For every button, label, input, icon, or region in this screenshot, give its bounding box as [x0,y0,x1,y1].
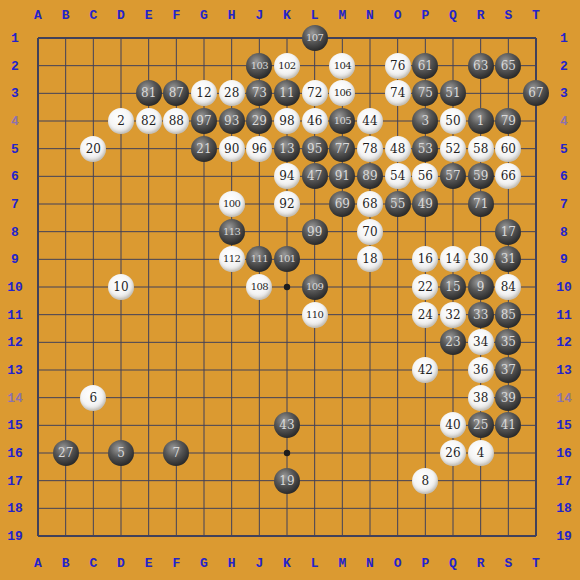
move-number: 50 [445,115,460,127]
stone-white-112-H9[interactable]: 112 [219,246,245,272]
move-number: 32 [445,309,460,321]
stone-white-100-H7[interactable]: 100 [219,191,245,217]
col-label-bottom-P: P [421,557,429,570]
move-number: 74 [390,87,405,99]
row-label-left-18: 18 [7,502,23,515]
stone-black-71-R7[interactable]: 71 [468,191,494,217]
stone-white-78-N5[interactable]: 78 [357,136,383,162]
stone-black-53-P5[interactable]: 53 [412,136,438,162]
move-number: 36 [473,364,488,376]
move-number: 93 [224,115,239,127]
row-label-left-10: 10 [7,281,23,294]
move-number: 48 [390,143,405,155]
move-number: 72 [307,87,322,99]
stone-white-2-D4[interactable]: 2 [108,108,134,134]
stone-black-15-Q10[interactable]: 15 [440,274,466,300]
move-number: 22 [418,281,433,293]
row-label-left-16: 16 [7,447,23,460]
move-number: 101 [278,254,295,264]
col-label-top-M: M [338,9,346,22]
col-label-top-H: H [228,9,236,22]
move-number: 57 [445,170,460,182]
row-label-right-17: 17 [556,474,572,487]
stone-black-85-S11[interactable]: 85 [495,302,521,328]
move-number: 12 [196,87,211,99]
col-label-bottom-A: A [34,557,42,570]
col-label-top-D: D [117,9,125,22]
move-number: 9 [477,281,485,293]
stone-white-60-S5[interactable]: 60 [495,136,521,162]
move-number: 105 [334,116,351,126]
stone-white-96-J5[interactable]: 96 [246,136,272,162]
move-number: 97 [196,115,211,127]
move-number: 30 [473,253,488,265]
move-number: 85 [501,309,516,321]
col-label-top-K: K [283,9,291,22]
row-label-right-10: 10 [556,281,572,294]
col-label-top-L: L [311,9,319,22]
move-number: 55 [390,198,405,210]
row-label-left-4: 4 [11,115,19,128]
col-label-top-F: F [172,9,180,22]
row-label-right-8: 8 [560,225,568,238]
stone-white-10-D10[interactable]: 10 [108,274,134,300]
move-number: 107 [306,33,323,43]
stone-black-55-O7[interactable]: 55 [385,191,411,217]
move-number: 95 [307,143,322,155]
move-number: 31 [501,253,516,265]
move-number: 75 [418,87,433,99]
move-number: 106 [334,88,351,98]
move-number: 65 [501,60,516,72]
move-number: 73 [252,87,267,99]
stone-black-107-L1[interactable]: 107 [302,25,328,51]
row-label-right-11: 11 [556,308,572,321]
row-label-left-15: 15 [7,419,23,432]
row-label-right-5: 5 [560,142,568,155]
move-number: 66 [501,170,516,182]
col-label-top-G: G [200,9,208,22]
move-number: 79 [501,115,516,127]
move-number: 34 [473,336,488,348]
stone-black-5-D16[interactable]: 5 [108,440,134,466]
stone-black-63-R2[interactable]: 63 [468,53,494,79]
move-number: 84 [501,281,516,293]
row-label-left-5: 5 [11,142,19,155]
row-label-right-12: 12 [556,336,572,349]
col-label-top-S: S [504,9,512,22]
col-label-top-R: R [477,9,485,22]
move-number: 113 [223,227,240,237]
row-label-right-13: 13 [556,364,572,377]
stone-black-95-L5[interactable]: 95 [302,136,328,162]
stone-white-32-Q11[interactable]: 32 [440,302,466,328]
stone-white-58-R5[interactable]: 58 [468,136,494,162]
goban[interactable]: AABBCCDDEEFFGGHHJJKKLLMMNNOOPPQQRRSSTT11… [0,0,580,580]
row-label-left-17: 17 [7,474,23,487]
move-number: 21 [196,143,211,155]
move-number: 43 [279,419,294,431]
col-label-bottom-S: S [504,557,512,570]
move-number: 87 [169,87,184,99]
stone-white-44-N4[interactable]: 44 [357,108,383,134]
stone-black-103-J2[interactable]: 103 [246,53,272,79]
stone-black-97-G4[interactable]: 97 [191,108,217,134]
move-number: 40 [445,419,460,431]
move-number: 99 [307,226,322,238]
move-number: 27 [58,447,73,459]
move-number: 41 [501,419,516,431]
move-number: 78 [362,143,377,155]
col-label-top-T: T [532,9,540,22]
stone-white-28-H3[interactable]: 28 [219,80,245,106]
stone-white-50-Q4[interactable]: 50 [440,108,466,134]
move-number: 10 [113,281,128,293]
move-number: 68 [362,198,377,210]
stone-black-33-R11[interactable]: 33 [468,302,494,328]
stone-white-74-O3[interactable]: 74 [385,80,411,106]
move-number: 108 [251,282,268,292]
stone-white-68-N7[interactable]: 68 [357,191,383,217]
move-number: 52 [445,143,460,155]
move-number: 2 [117,115,125,127]
col-label-bottom-R: R [477,557,485,570]
move-number: 103 [251,61,268,71]
move-number: 25 [473,419,488,431]
col-label-bottom-D: D [117,557,125,570]
stone-black-59-R6[interactable]: 59 [468,163,494,189]
hoshi-point-K10 [284,284,290,290]
stone-black-113-H8[interactable]: 113 [219,219,245,245]
stone-white-102-K2[interactable]: 102 [274,53,300,79]
move-number: 44 [362,115,377,127]
col-label-top-B: B [62,9,70,22]
move-number: 90 [224,143,239,155]
move-number: 100 [223,199,240,209]
row-label-right-6: 6 [560,170,568,183]
col-label-top-E: E [145,9,153,22]
move-number: 88 [169,115,184,127]
move-number: 23 [445,336,460,348]
move-number: 92 [279,198,294,210]
move-number: 37 [501,364,516,376]
col-label-bottom-N: N [366,557,374,570]
move-number: 7 [173,447,181,459]
stone-white-6-C14[interactable]: 6 [80,385,106,411]
move-number: 111 [251,254,268,264]
move-number: 53 [418,143,433,155]
col-label-bottom-F: F [172,557,180,570]
move-number: 71 [473,198,488,210]
col-label-bottom-H: H [228,557,236,570]
row-label-right-15: 15 [556,419,572,432]
stone-black-61-P2[interactable]: 61 [412,53,438,79]
stone-black-39-S14[interactable]: 39 [495,385,521,411]
move-number: 98 [279,115,294,127]
row-label-right-9: 9 [560,253,568,266]
row-label-right-7: 7 [560,198,568,211]
stone-black-81-E3[interactable]: 81 [136,80,162,106]
move-number: 56 [418,170,433,182]
move-number: 11 [279,87,294,99]
move-number: 51 [445,87,460,99]
hoshi-point-K16 [284,450,290,456]
move-number: 8 [422,475,430,487]
stone-white-98-K4[interactable]: 98 [274,108,300,134]
move-number: 46 [307,115,322,127]
stone-white-24-P11[interactable]: 24 [412,302,438,328]
stone-black-1-R4[interactable]: 1 [468,108,494,134]
stone-white-72-L3[interactable]: 72 [302,80,328,106]
move-number: 109 [306,282,323,292]
col-label-top-Q: Q [449,9,457,22]
col-label-bottom-C: C [89,557,97,570]
move-number: 104 [334,61,351,71]
move-number: 59 [473,170,488,182]
move-number: 13 [279,143,294,155]
stone-white-34-R12[interactable]: 34 [468,329,494,355]
row-label-left-7: 7 [11,198,19,211]
stone-white-52-Q5[interactable]: 52 [440,136,466,162]
col-label-top-N: N [366,9,374,22]
col-label-bottom-J: J [255,557,263,570]
row-label-left-8: 8 [11,225,19,238]
col-label-bottom-O: O [394,557,402,570]
row-label-right-3: 3 [560,87,568,100]
col-label-bottom-E: E [145,557,153,570]
move-number: 47 [307,170,322,182]
move-number: 112 [223,254,240,264]
row-label-right-16: 16 [556,447,572,460]
move-number: 20 [86,143,101,155]
stone-black-13-K5[interactable]: 13 [274,136,300,162]
move-number: 1 [477,115,485,127]
col-label-bottom-K: K [283,557,291,570]
move-number: 49 [418,198,433,210]
col-label-top-C: C [89,9,97,22]
stone-white-110-L11[interactable]: 110 [302,302,328,328]
row-label-right-1: 1 [560,32,568,45]
move-number: 6 [90,392,98,404]
col-label-top-O: O [394,9,402,22]
move-number: 16 [418,253,433,265]
move-number: 15 [445,281,460,293]
col-label-bottom-M: M [338,557,346,570]
row-label-left-14: 14 [7,391,23,404]
row-label-left-2: 2 [11,59,19,72]
row-label-left-19: 19 [7,530,23,543]
move-number: 28 [224,87,239,99]
move-number: 70 [362,226,377,238]
move-number: 18 [362,253,377,265]
row-label-left-12: 12 [7,336,23,349]
move-number: 39 [501,392,516,404]
col-label-top-J: J [255,9,263,22]
stone-white-20-C5[interactable]: 20 [80,136,106,162]
move-number: 5 [117,447,125,459]
row-label-left-9: 9 [11,253,19,266]
move-number: 35 [501,336,516,348]
stone-white-46-L4[interactable]: 46 [302,108,328,134]
move-number: 14 [445,253,460,265]
move-number: 17 [501,226,516,238]
move-number: 77 [335,143,350,155]
stone-white-104-M2[interactable]: 104 [329,53,355,79]
row-label-right-14: 14 [556,391,572,404]
stone-white-38-R14[interactable]: 38 [468,385,494,411]
stone-black-27-B16[interactable]: 27 [53,440,79,466]
stone-black-17-S8[interactable]: 17 [495,219,521,245]
col-label-bottom-Q: Q [449,557,457,570]
stone-black-9-R10[interactable]: 9 [468,274,494,300]
row-label-left-13: 13 [7,364,23,377]
row-label-left-3: 3 [11,87,19,100]
move-number: 24 [418,309,433,321]
col-label-bottom-G: G [200,557,208,570]
move-number: 76 [390,60,405,72]
stone-black-65-S2[interactable]: 65 [495,53,521,79]
move-number: 89 [362,170,377,182]
move-number: 58 [473,143,488,155]
stone-white-76-O2[interactable]: 76 [385,53,411,79]
stone-black-77-M5[interactable]: 77 [329,136,355,162]
col-label-top-P: P [421,9,429,22]
col-label-bottom-B: B [62,557,70,570]
move-number: 29 [252,115,267,127]
row-label-left-11: 11 [7,308,23,321]
move-number: 82 [141,115,156,127]
move-number: 54 [390,170,405,182]
move-number: 67 [528,87,543,99]
stone-white-4-R16[interactable]: 4 [468,440,494,466]
move-number: 94 [279,170,294,182]
move-number: 81 [141,87,156,99]
stone-black-93-H4[interactable]: 93 [219,108,245,134]
move-number: 4 [477,447,485,459]
stone-white-90-H5[interactable]: 90 [219,136,245,162]
row-label-right-4: 4 [560,115,568,128]
stone-black-99-L8[interactable]: 99 [302,219,328,245]
move-number: 60 [501,143,516,155]
row-label-left-6: 6 [11,170,19,183]
col-label-bottom-L: L [311,557,319,570]
row-label-right-18: 18 [556,502,572,515]
stone-white-92-K7[interactable]: 92 [274,191,300,217]
move-number: 38 [473,392,488,404]
stone-white-82-E4[interactable]: 82 [136,108,162,134]
stone-black-47-L6[interactable]: 47 [302,163,328,189]
row-label-left-1: 1 [11,32,19,45]
stone-white-8-P17[interactable]: 8 [412,468,438,494]
row-label-right-2: 2 [560,59,568,72]
move-number: 33 [473,309,488,321]
stone-white-54-O6[interactable]: 54 [385,163,411,189]
stone-white-30-R9[interactable]: 30 [468,246,494,272]
move-number: 3 [422,115,430,127]
stone-black-25-R15[interactable]: 25 [468,412,494,438]
move-number: 42 [418,364,433,376]
move-number: 96 [252,143,267,155]
move-number: 102 [278,61,295,71]
move-number: 69 [335,198,350,210]
stone-black-109-L10[interactable]: 109 [302,274,328,300]
move-number: 63 [473,60,488,72]
row-label-right-19: 19 [556,530,572,543]
col-label-top-A: A [34,9,42,22]
col-label-bottom-T: T [532,557,540,570]
stone-white-48-O5[interactable]: 48 [385,136,411,162]
move-number: 26 [445,447,460,459]
move-number: 110 [306,310,323,320]
move-number: 61 [418,60,433,72]
stone-white-36-R13[interactable]: 36 [468,357,494,383]
stone-black-21-G5[interactable]: 21 [191,136,217,162]
stone-white-26-Q16[interactable]: 26 [440,440,466,466]
move-number: 91 [335,170,350,182]
move-number: 19 [279,475,294,487]
stone-black-19-K17[interactable]: 19 [274,468,300,494]
stone-white-70-N8[interactable]: 70 [357,219,383,245]
